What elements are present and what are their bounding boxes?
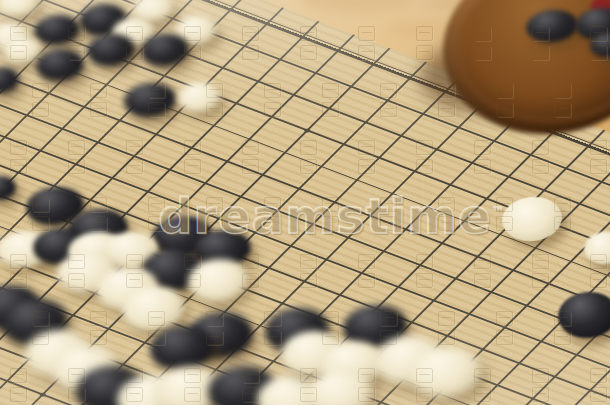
hoshi-point [39,392,47,397]
watermark-tile [416,26,433,60]
hoshi-point [303,128,311,133]
watermark-glyph [416,26,433,41]
go-photo-scene: dreamstime™ [0,0,610,405]
table-grain-streak [300,0,420,12]
